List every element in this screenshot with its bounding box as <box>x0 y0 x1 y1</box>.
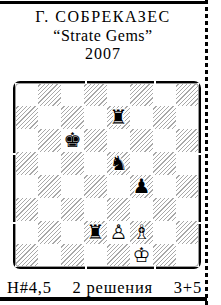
square-h5 <box>176 152 199 175</box>
frame-notch <box>154 266 156 269</box>
header: Г. СОБРЕКАЗЕС “Strate Gems” 2007 <box>0 7 206 63</box>
square-d2: ♜ <box>84 221 107 244</box>
material-count: 3+5 <box>174 278 202 298</box>
square-d4 <box>84 175 107 198</box>
square-g4 <box>153 175 176 198</box>
square-b7 <box>38 106 61 129</box>
square-h6 <box>176 129 199 152</box>
square-a5 <box>15 152 38 175</box>
board-grid: ♜♚♞♟♜♙♗♔ <box>15 83 199 267</box>
square-e5: ♞ <box>107 152 130 175</box>
square-a7 <box>15 106 38 129</box>
black-rook-d2: ♜ <box>87 221 105 244</box>
square-f8 <box>130 83 153 106</box>
square-g6 <box>153 129 176 152</box>
square-e7: ♜ <box>107 106 130 129</box>
square-e1 <box>107 244 130 267</box>
square-e8 <box>107 83 130 106</box>
square-g8 <box>153 83 176 106</box>
square-h3 <box>176 198 199 221</box>
frame-notch <box>13 222 16 224</box>
caption: H#4,5 2 решения 3+5 <box>0 278 206 298</box>
square-c4 <box>61 175 84 198</box>
square-h1 <box>176 244 199 267</box>
square-c5 <box>61 152 84 175</box>
square-f6 <box>130 129 153 152</box>
frame-notch <box>85 81 87 84</box>
square-e3 <box>107 198 130 221</box>
composer-name: Г. СОБРЕКАЗЕС <box>0 7 206 26</box>
stipulation: H#4,5 <box>7 278 52 298</box>
solutions-count: 2 решения <box>73 278 153 298</box>
problem-diagram-page: Г. СОБРЕКАЗЕС “Strate Gems” 2007 ♜♚♞♟♜♙♗… <box>0 0 221 305</box>
black-king-c6: ♚ <box>64 129 82 152</box>
square-c2 <box>61 221 84 244</box>
square-d3 <box>84 198 107 221</box>
square-h7 <box>176 106 199 129</box>
square-a4 <box>15 175 38 198</box>
square-d8 <box>84 83 107 106</box>
square-b8 <box>38 83 61 106</box>
square-f2: ♗ <box>130 221 153 244</box>
black-pawn-f4: ♟ <box>133 175 151 198</box>
square-a6 <box>15 129 38 152</box>
publication-year: 2007 <box>0 45 206 63</box>
square-a2 <box>15 221 38 244</box>
square-e2: ♙ <box>107 221 130 244</box>
square-b2 <box>38 221 61 244</box>
square-c8 <box>61 83 84 106</box>
square-c1 <box>61 244 84 267</box>
square-d6 <box>84 129 107 152</box>
square-g7 <box>153 106 176 129</box>
black-knight-e5: ♞ <box>110 152 128 175</box>
square-g5 <box>153 152 176 175</box>
square-b5 <box>38 152 61 175</box>
white-bishop-f2: ♗ <box>133 221 151 244</box>
square-g1 <box>153 244 176 267</box>
square-f7 <box>130 106 153 129</box>
top-rule <box>0 1 205 4</box>
black-rook-e7: ♜ <box>110 106 128 129</box>
square-c7 <box>61 106 84 129</box>
white-pawn-e2: ♙ <box>110 221 128 244</box>
frame-notch <box>154 81 156 84</box>
square-g2 <box>153 221 176 244</box>
source-title: “Strate Gems” <box>0 26 206 45</box>
square-g3 <box>153 198 176 221</box>
square-e4 <box>107 175 130 198</box>
frame-notch <box>198 153 201 155</box>
square-f1: ♔ <box>130 244 153 267</box>
chess-board: ♜♚♞♟♜♙♗♔ <box>13 81 201 269</box>
square-a8 <box>15 83 38 106</box>
square-b1 <box>38 244 61 267</box>
square-b3 <box>38 198 61 221</box>
square-a1 <box>15 244 38 267</box>
square-h8 <box>176 83 199 106</box>
square-f4: ♟ <box>130 175 153 198</box>
square-d5 <box>84 152 107 175</box>
square-d7 <box>84 106 107 129</box>
square-f3 <box>130 198 153 221</box>
square-h4 <box>176 175 199 198</box>
square-f5 <box>130 152 153 175</box>
square-a3 <box>15 198 38 221</box>
square-e6 <box>107 129 130 152</box>
square-d1 <box>84 244 107 267</box>
white-king-f1: ♔ <box>133 244 151 267</box>
square-c6: ♚ <box>61 129 84 152</box>
frame-notch <box>13 153 16 155</box>
square-h2 <box>176 221 199 244</box>
square-b4 <box>38 175 61 198</box>
square-b6 <box>38 129 61 152</box>
frame-notch <box>85 266 87 269</box>
square-c3 <box>61 198 84 221</box>
frame-notch <box>198 222 201 224</box>
